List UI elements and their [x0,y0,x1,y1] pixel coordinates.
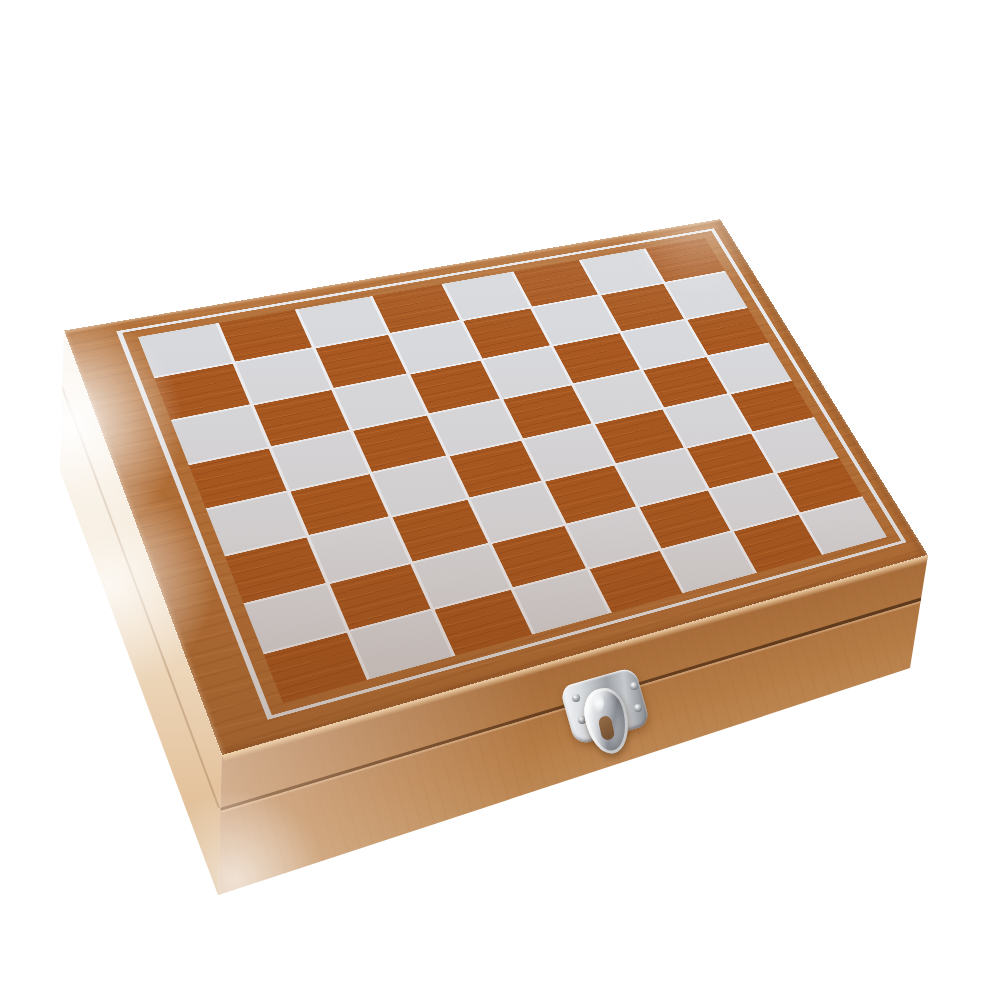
latch-screw [572,694,580,702]
latch [556,664,656,768]
product-photo-stage [0,0,1000,1000]
latch-screw [634,704,642,712]
latch-specular-highlight [594,694,604,712]
latch-screw [630,682,638,690]
